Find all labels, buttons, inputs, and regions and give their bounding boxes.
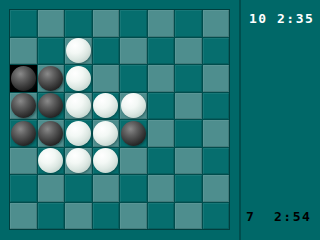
board-cell[interactable] bbox=[120, 175, 147, 202]
board-cell[interactable] bbox=[38, 148, 65, 175]
board-cell[interactable] bbox=[93, 93, 120, 120]
white-disc bbox=[121, 93, 146, 118]
black-disc bbox=[11, 121, 36, 146]
board-cell[interactable] bbox=[148, 38, 175, 65]
board-cell[interactable] bbox=[38, 175, 65, 202]
white-disc bbox=[38, 148, 63, 173]
black-disc bbox=[11, 93, 36, 118]
board-cell[interactable] bbox=[175, 120, 202, 147]
board-cell[interactable] bbox=[175, 203, 202, 230]
board-cell[interactable] bbox=[175, 10, 202, 37]
board-cell[interactable] bbox=[120, 93, 147, 120]
board-cell[interactable] bbox=[65, 175, 92, 202]
board-cell[interactable] bbox=[65, 120, 92, 147]
white-disc bbox=[66, 93, 91, 118]
board-cell[interactable] bbox=[10, 65, 37, 92]
board-cell[interactable] bbox=[203, 203, 230, 230]
board-cell[interactable] bbox=[38, 120, 65, 147]
black-disc bbox=[11, 66, 36, 91]
board-cell[interactable] bbox=[38, 65, 65, 92]
panel-separator bbox=[239, 0, 241, 240]
board-cell[interactable] bbox=[65, 148, 92, 175]
board-cell[interactable] bbox=[10, 10, 37, 37]
board-cell[interactable] bbox=[120, 203, 147, 230]
board-cell[interactable] bbox=[203, 93, 230, 120]
board-cell[interactable] bbox=[10, 203, 37, 230]
black-score-and-clock: 7 2:54 bbox=[246, 211, 311, 223]
board-cell[interactable] bbox=[203, 148, 230, 175]
black-disc bbox=[38, 66, 63, 91]
board-cell[interactable] bbox=[10, 175, 37, 202]
white-disc bbox=[66, 38, 91, 63]
board-cell[interactable] bbox=[65, 65, 92, 92]
board-cell[interactable] bbox=[120, 10, 147, 37]
board-cell[interactable] bbox=[93, 203, 120, 230]
board-cell[interactable] bbox=[148, 148, 175, 175]
board-cell[interactable] bbox=[203, 65, 230, 92]
white-disc bbox=[93, 121, 118, 146]
board-cell[interactable] bbox=[148, 93, 175, 120]
white-disc bbox=[66, 148, 91, 173]
board-cell[interactable] bbox=[120, 120, 147, 147]
board-cell[interactable] bbox=[10, 120, 37, 147]
white-disc bbox=[66, 121, 91, 146]
board-cell[interactable] bbox=[175, 38, 202, 65]
black-disc bbox=[121, 121, 146, 146]
board-cell[interactable] bbox=[93, 65, 120, 92]
board-cell[interactable] bbox=[38, 203, 65, 230]
board-cell[interactable] bbox=[203, 38, 230, 65]
board-cell[interactable] bbox=[93, 175, 120, 202]
white-score-and-clock: 10 2:35 bbox=[249, 13, 314, 25]
board-cell[interactable] bbox=[120, 38, 147, 65]
board-cell[interactable] bbox=[93, 38, 120, 65]
black-disc bbox=[38, 121, 63, 146]
board-cell[interactable] bbox=[148, 65, 175, 92]
board-cell[interactable] bbox=[10, 93, 37, 120]
board-cell[interactable] bbox=[38, 93, 65, 120]
board-cell[interactable] bbox=[38, 38, 65, 65]
board-cell[interactable] bbox=[175, 93, 202, 120]
board-cell[interactable] bbox=[65, 93, 92, 120]
board-cell[interactable] bbox=[65, 38, 92, 65]
board-cell[interactable] bbox=[148, 10, 175, 37]
board-cell[interactable] bbox=[175, 65, 202, 92]
board-cell[interactable] bbox=[120, 148, 147, 175]
board-cell[interactable] bbox=[10, 38, 37, 65]
board-cell[interactable] bbox=[93, 120, 120, 147]
board-cell[interactable] bbox=[93, 10, 120, 37]
board-cell[interactable] bbox=[148, 203, 175, 230]
board-cell[interactable] bbox=[203, 120, 230, 147]
board-cell[interactable] bbox=[65, 10, 92, 37]
board-cell[interactable] bbox=[175, 175, 202, 202]
board-cell[interactable] bbox=[38, 10, 65, 37]
board-cell[interactable] bbox=[65, 203, 92, 230]
board-cell[interactable] bbox=[203, 10, 230, 37]
board-cell[interactable] bbox=[10, 148, 37, 175]
white-disc bbox=[93, 148, 118, 173]
board-cell[interactable] bbox=[148, 120, 175, 147]
white-disc bbox=[93, 93, 118, 118]
board-cell[interactable] bbox=[148, 175, 175, 202]
board-cell[interactable] bbox=[93, 148, 120, 175]
othello-window: 10 2:35 7 2:54 bbox=[0, 0, 320, 240]
board-cell[interactable] bbox=[203, 175, 230, 202]
board-cell[interactable] bbox=[120, 65, 147, 92]
white-disc bbox=[66, 66, 91, 91]
board-cell[interactable] bbox=[175, 148, 202, 175]
black-disc bbox=[38, 93, 63, 118]
board bbox=[9, 9, 230, 230]
